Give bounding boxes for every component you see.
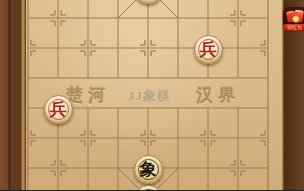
board-point[interactable]	[253, 63, 283, 93]
board-point[interactable]	[163, 183, 193, 190]
board-point[interactable]	[223, 183, 253, 190]
board-point[interactable]	[223, 93, 253, 123]
board-point[interactable]: 象	[133, 153, 163, 183]
board-point[interactable]	[253, 93, 283, 123]
piece-character: 兵	[50, 101, 67, 118]
board-point[interactable]	[43, 63, 73, 93]
board-point[interactable]	[103, 183, 133, 190]
board-point[interactable]	[253, 153, 283, 183]
piece-character: 兵	[200, 41, 217, 58]
board-point[interactable]	[223, 63, 253, 93]
board-point[interactable]	[163, 33, 193, 63]
board-point[interactable]	[193, 3, 223, 33]
board-point[interactable]	[73, 183, 103, 190]
xiangqi-game-screen: 楚河 JJ象棋 汉界 帥兵兵象士 领红包	[0, 0, 304, 190]
board-point[interactable]	[253, 183, 283, 190]
board-point[interactable]: 士	[133, 183, 163, 190]
board-point[interactable]	[223, 123, 253, 153]
board-point[interactable]	[73, 123, 103, 153]
board-point[interactable]	[103, 33, 133, 63]
gold-coin-icon	[292, 15, 300, 23]
board-point[interactable]	[43, 153, 73, 183]
board-point[interactable]	[163, 93, 193, 123]
red-packet-button[interactable]: 领红包	[283, 7, 304, 30]
piece-red-soldier[interactable]: 兵	[44, 95, 73, 124]
board-frame-left	[0, 0, 26, 190]
board-point[interactable]	[103, 3, 133, 33]
board-point[interactable]	[193, 183, 223, 190]
board-point[interactable]	[43, 3, 73, 33]
board-point[interactable]	[253, 3, 283, 33]
board-point[interactable]	[223, 33, 253, 63]
board-intersections: 帥兵兵象士	[13, 0, 283, 190]
board-point[interactable]	[253, 33, 283, 63]
board-point[interactable]	[193, 93, 223, 123]
board-point[interactable]	[43, 123, 73, 153]
board-point[interactable]	[133, 63, 163, 93]
board-point[interactable]	[163, 153, 193, 183]
board-point[interactable]	[163, 63, 193, 93]
board-point[interactable]	[73, 33, 103, 63]
board-point[interactable]	[43, 183, 73, 190]
board-point[interactable]	[193, 153, 223, 183]
board-point[interactable]	[73, 153, 103, 183]
board-point[interactable]	[103, 63, 133, 93]
board-point[interactable]: 兵	[193, 33, 223, 63]
board-point[interactable]	[103, 153, 133, 183]
piece-black-elephant[interactable]: 象	[134, 155, 163, 184]
board-point[interactable]	[73, 63, 103, 93]
piece-red-soldier[interactable]: 兵	[194, 35, 223, 64]
piece-black-advisor[interactable]: 士	[134, 185, 163, 191]
board-point[interactable]	[103, 123, 133, 153]
board-point[interactable]	[133, 3, 163, 33]
board-point[interactable]	[133, 33, 163, 63]
board-point[interactable]	[223, 153, 253, 183]
board-point[interactable]	[43, 33, 73, 63]
board-point[interactable]	[223, 3, 253, 33]
board-point[interactable]	[253, 123, 283, 153]
piece-character: 象	[140, 161, 157, 178]
board-point[interactable]	[73, 93, 103, 123]
board-point[interactable]	[193, 63, 223, 93]
red-packet-label: 领红包	[283, 24, 304, 31]
board-point[interactable]	[163, 3, 193, 33]
board-point[interactable]	[73, 3, 103, 33]
board-point[interactable]	[133, 93, 163, 123]
board-point[interactable]	[103, 93, 133, 123]
board-point[interactable]	[163, 123, 193, 153]
board-point[interactable]: 兵	[43, 93, 73, 123]
board-point[interactable]	[133, 123, 163, 153]
board-point[interactable]	[193, 123, 223, 153]
